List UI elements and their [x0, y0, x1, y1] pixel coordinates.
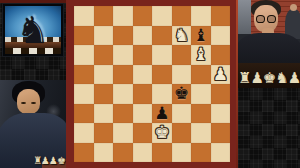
chess-board: ♞♝♝♟♚♟♚	[66, 0, 238, 168]
square-d7	[133, 26, 153, 46]
square-g3	[191, 104, 211, 124]
square-b5	[94, 65, 114, 85]
square-g7: ♝	[191, 26, 211, 46]
square-c6	[113, 45, 133, 65]
player-photo-right: ♜♟♚♞♟♜	[238, 0, 300, 88]
left-panel: ♞ ♜♟♟♚	[0, 0, 66, 168]
square-e7	[152, 26, 172, 46]
black-knight-icon: ♞	[16, 12, 49, 49]
square-g2	[191, 123, 211, 143]
square-c3	[113, 104, 133, 124]
white-king: ♚	[152, 123, 172, 143]
square-e4	[152, 84, 172, 104]
square-f7: ♞	[172, 26, 192, 46]
right-panel: ♜♟♚♞♟♜	[238, 0, 300, 168]
square-a3	[74, 104, 94, 124]
square-d4	[133, 84, 153, 104]
square-b6	[94, 45, 114, 65]
player-glasses	[255, 15, 277, 24]
square-h1	[211, 143, 231, 163]
square-f8	[172, 6, 192, 26]
square-b8	[94, 6, 114, 26]
square-a6	[74, 45, 94, 65]
square-b2	[94, 123, 114, 143]
square-h2	[211, 123, 231, 143]
square-a8	[74, 6, 94, 26]
square-e6	[152, 45, 172, 65]
square-a2	[74, 123, 94, 143]
square-h3	[211, 104, 231, 124]
square-c2	[113, 123, 133, 143]
white-bishop: ♝	[191, 45, 211, 65]
player-eye	[21, 102, 26, 104]
square-b4	[94, 84, 114, 104]
channel-logo: ♞	[2, 3, 64, 57]
glasses-lens	[256, 15, 265, 23]
square-d5	[133, 65, 153, 85]
square-c7	[113, 26, 133, 46]
square-e1	[152, 143, 172, 163]
right-texture-gap	[238, 88, 300, 168]
square-c8	[113, 6, 133, 26]
board-grid: ♞♝♝♟♚♟♚	[74, 6, 230, 162]
square-d1	[133, 143, 153, 163]
square-c1	[113, 143, 133, 163]
glasses-lens	[267, 15, 276, 23]
square-f2	[172, 123, 192, 143]
white-knight: ♞	[172, 26, 192, 46]
background-person-head	[290, 4, 297, 11]
square-g8	[191, 6, 211, 26]
square-h7	[211, 26, 231, 46]
square-g1	[191, 143, 211, 163]
square-h6	[211, 45, 231, 65]
square-c5	[113, 65, 133, 85]
square-f3	[172, 104, 192, 124]
square-e8	[152, 6, 172, 26]
square-f6	[172, 45, 192, 65]
black-bishop: ♝	[191, 26, 211, 46]
square-e5	[152, 65, 172, 85]
square-c4	[113, 84, 133, 104]
square-d6	[133, 45, 153, 65]
square-f5	[172, 65, 192, 85]
square-b3	[94, 104, 114, 124]
photo-window	[238, 0, 251, 34]
square-g5	[191, 65, 211, 85]
square-d2	[133, 123, 153, 143]
black-pawn: ♟	[152, 104, 172, 124]
player-eye	[31, 102, 36, 104]
white-pawn: ♟	[211, 65, 231, 85]
square-f1	[172, 143, 192, 163]
left-texture-gap	[0, 57, 66, 80]
square-f4: ♚	[172, 84, 192, 104]
square-h8	[211, 6, 231, 26]
square-d8	[133, 6, 153, 26]
square-a4	[74, 84, 94, 104]
player-photo-left: ♜♟♟♚	[0, 80, 66, 168]
square-e2: ♚	[152, 123, 172, 143]
square-h4	[211, 84, 231, 104]
square-h5: ♟	[211, 65, 231, 85]
black-king: ♚	[172, 84, 192, 104]
square-g4	[191, 84, 211, 104]
thumbnail: ♞ ♜♟♟♚ ♞♝♝♟♚♟♚	[0, 0, 300, 168]
square-d3	[133, 104, 153, 124]
white-pieces-row: ♜♟♟♚	[33, 155, 65, 167]
square-b1	[94, 143, 114, 163]
square-a5	[74, 65, 94, 85]
square-b7	[94, 26, 114, 46]
square-a1	[74, 143, 94, 163]
white-pieces-row: ♜♟♚♞♟♜	[238, 70, 300, 87]
square-e3: ♟	[152, 104, 172, 124]
square-g6: ♝	[191, 45, 211, 65]
square-a7	[74, 26, 94, 46]
